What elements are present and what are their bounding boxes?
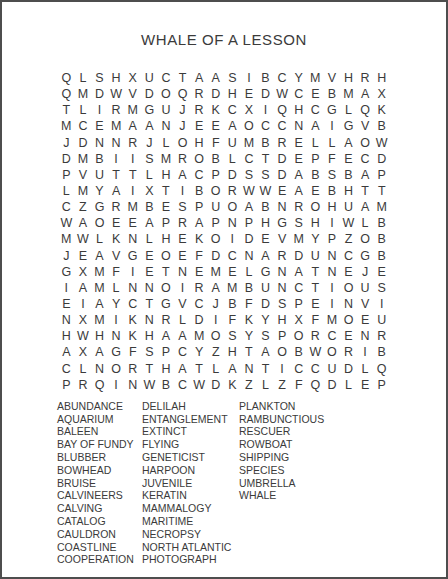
word-list-item: COASTLINE <box>57 541 142 554</box>
grid-cell: P <box>241 215 258 231</box>
grid-cell: O <box>174 135 191 151</box>
word-list-item: ROWBOAT <box>239 438 446 451</box>
grid-cell: I <box>324 280 341 296</box>
grid-cell: Q <box>307 377 324 393</box>
grid-cell: U <box>91 167 108 183</box>
grid-cell: D <box>141 86 158 102</box>
grid-cell: D <box>91 86 108 102</box>
grid-cell: R <box>158 312 175 328</box>
grid-cell: S <box>91 70 108 86</box>
grid-cell: H <box>324 199 341 215</box>
grid-cell: I <box>324 118 341 134</box>
grid-cell: Q <box>357 102 374 118</box>
grid-cell: R <box>108 102 125 118</box>
grid-cell: N <box>58 312 75 328</box>
grid-cell: G <box>257 264 274 280</box>
grid-cell: M <box>207 264 224 280</box>
grid-cell: G <box>274 215 291 231</box>
grid-cell: G <box>324 102 341 118</box>
grid-cell: C <box>124 296 141 312</box>
grid-cell: I <box>75 296 92 312</box>
grid-cell: S <box>257 167 274 183</box>
grid-cell: L <box>108 280 125 296</box>
grid-cell: O <box>340 280 357 296</box>
grid-cell: X <box>75 264 92 280</box>
letter-grid: QLSHXUCTAASIBCYMVHRHQMDWVDOQRDHEDWCEBMAX… <box>58 70 390 393</box>
grid-cell: K <box>207 102 224 118</box>
word-list-item: JUVENILE <box>142 477 239 490</box>
grid-cell: T <box>141 296 158 312</box>
grid-cell: P <box>191 199 208 215</box>
word-list-item: NORTH ATLANTIC <box>142 541 239 554</box>
grid-cell: B <box>257 199 274 215</box>
grid-cell: S <box>324 167 341 183</box>
grid-cell: R <box>373 328 390 344</box>
grid-cell: E <box>158 199 175 215</box>
grid-cell: T <box>58 102 75 118</box>
grid-cell: C <box>307 102 324 118</box>
grid-cell: K <box>124 312 141 328</box>
grid-cell: W <box>75 231 92 247</box>
grid-cell: Z <box>274 377 291 393</box>
grid-cell: B <box>373 118 390 134</box>
grid-cell: L <box>174 312 191 328</box>
grid-cell: N <box>108 328 125 344</box>
grid-cell: T <box>307 264 324 280</box>
grid-cell: D <box>224 167 241 183</box>
word-list-item: PHOTOGRAPH <box>142 553 239 566</box>
grid-cell: F <box>241 296 258 312</box>
grid-cell: V <box>357 118 374 134</box>
grid-cell: T <box>158 183 175 199</box>
grid-cell: N <box>224 215 241 231</box>
grid-cell: C <box>290 280 307 296</box>
word-list-item: PLANKTON <box>239 400 446 413</box>
grid-cell: X <box>373 86 390 102</box>
word-list: ABUNDANCEAQUARIUMBALEENBAY OF FUNDYBLUBB… <box>57 400 446 566</box>
grid-cell: F <box>324 151 341 167</box>
grid-cell: G <box>124 248 141 264</box>
grid-cell: K <box>108 231 125 247</box>
grid-cell: T <box>174 70 191 86</box>
grid-cell: T <box>108 167 125 183</box>
grid-cell: B <box>224 296 241 312</box>
grid-cell: R <box>191 86 208 102</box>
grid-cell: M <box>307 70 324 86</box>
grid-cell: E <box>108 215 125 231</box>
grid-cell: N <box>124 280 141 296</box>
grid-cell: L <box>75 102 92 118</box>
grid-cell: X <box>141 183 158 199</box>
grid-cell: C <box>324 328 341 344</box>
grid-cell: H <box>340 70 357 86</box>
grid-cell: I <box>224 231 241 247</box>
grid-cell: S <box>373 280 390 296</box>
grid-cell: B <box>340 167 357 183</box>
grid-cell: H <box>158 231 175 247</box>
grid-cell: Q <box>91 377 108 393</box>
grid-cell: A <box>91 344 108 360</box>
grid-cell: F <box>124 344 141 360</box>
grid-cell: Z <box>241 377 258 393</box>
grid-cell: W <box>75 328 92 344</box>
grid-cell: M <box>124 199 141 215</box>
word-list-item: FLYING <box>142 438 239 451</box>
word-list-item: CAULDRON <box>57 528 142 541</box>
grid-cell: R <box>290 199 307 215</box>
grid-cell: B <box>241 280 258 296</box>
grid-cell: C <box>257 118 274 134</box>
grid-cell: N <box>324 248 341 264</box>
grid-cell: Q <box>373 361 390 377</box>
grid-cell: X <box>124 70 141 86</box>
grid-cell: P <box>58 167 75 183</box>
grid-cell: I <box>207 312 224 328</box>
grid-cell: N <box>340 296 357 312</box>
grid-cell: I <box>174 280 191 296</box>
grid-cell: L <box>58 183 75 199</box>
grid-cell: B <box>290 344 307 360</box>
grid-cell: P <box>307 151 324 167</box>
grid-cell: I <box>274 361 291 377</box>
grid-cell: N <box>91 361 108 377</box>
grid-cell: T <box>241 344 258 360</box>
grid-cell: V <box>174 296 191 312</box>
word-column: ABUNDANCEAQUARIUMBALEENBAY OF FUNDYBLUBB… <box>57 400 142 566</box>
grid-cell: T <box>124 167 141 183</box>
grid-cell: E <box>357 312 374 328</box>
grid-cell: T <box>307 280 324 296</box>
grid-cell: L <box>357 215 374 231</box>
word-list-item: RAMBUNCTIOUS <box>239 413 446 426</box>
grid-cell: C <box>58 199 75 215</box>
grid-cell: U <box>207 199 224 215</box>
grid-cell: Z <box>75 199 92 215</box>
grid-cell: O <box>241 118 258 134</box>
grid-cell: I <box>241 70 258 86</box>
grid-cell: H <box>108 70 125 86</box>
grid-cell: J <box>141 135 158 151</box>
grid-cell: D <box>257 86 274 102</box>
grid-cell: A <box>141 118 158 134</box>
grid-cell: A <box>108 183 125 199</box>
grid-cell: R <box>357 70 374 86</box>
grid-cell: M <box>324 312 341 328</box>
grid-cell: H <box>307 215 324 231</box>
word-list-item: SPECIES <box>239 464 446 477</box>
grid-cell: E <box>257 231 274 247</box>
grid-cell: D <box>274 151 291 167</box>
grid-cell: A <box>58 344 75 360</box>
grid-cell: Y <box>91 183 108 199</box>
word-list-item: EXTINCT <box>142 425 239 438</box>
grid-cell: R <box>124 361 141 377</box>
grid-cell: A <box>174 361 191 377</box>
grid-cell: I <box>324 215 341 231</box>
grid-cell: D <box>257 296 274 312</box>
grid-cell: R <box>75 377 92 393</box>
grid-cell: W <box>58 215 75 231</box>
grid-cell: L <box>158 135 175 151</box>
grid-cell: G <box>58 264 75 280</box>
grid-cell: G <box>357 248 374 264</box>
grid-cell: V <box>324 70 341 86</box>
grid-cell: G <box>340 118 357 134</box>
grid-cell: E <box>91 118 108 134</box>
grid-cell: E <box>290 135 307 151</box>
grid-cell: S <box>174 199 191 215</box>
grid-cell: V <box>124 86 141 102</box>
grid-cell: G <box>91 199 108 215</box>
grid-cell: B <box>373 215 390 231</box>
grid-cell: O <box>207 183 224 199</box>
grid-cell: N <box>124 377 141 393</box>
grid-cell: P <box>207 215 224 231</box>
word-list-item: ENTANGLEMENT <box>142 413 239 426</box>
grid-cell: L <box>141 231 158 247</box>
grid-cell: J <box>357 264 374 280</box>
grid-cell: K <box>191 231 208 247</box>
grid-cell: M <box>373 199 390 215</box>
grid-cell: C <box>290 86 307 102</box>
grid-cell: K <box>373 102 390 118</box>
grid-cell: E <box>58 296 75 312</box>
grid-cell: A <box>290 183 307 199</box>
grid-cell: S <box>290 215 307 231</box>
grid-cell: F <box>108 264 125 280</box>
grid-cell: O <box>357 135 374 151</box>
grid-cell: M <box>290 231 307 247</box>
grid-cell: L <box>241 264 258 280</box>
grid-cell: D <box>75 135 92 151</box>
grid-cell: E <box>174 231 191 247</box>
grid-cell: L <box>257 377 274 393</box>
grid-cell: W <box>141 377 158 393</box>
grid-cell: C <box>290 361 307 377</box>
grid-cell: F <box>224 312 241 328</box>
grid-cell: W <box>108 86 125 102</box>
grid-cell: U <box>324 361 341 377</box>
grid-cell: G <box>158 296 175 312</box>
grid-cell: N <box>174 264 191 280</box>
grid-cell: P <box>290 296 307 312</box>
grid-cell: U <box>141 70 158 86</box>
grid-cell: V <box>274 231 291 247</box>
grid-cell: S <box>224 328 241 344</box>
grid-cell: O <box>224 199 241 215</box>
grid-cell: B <box>324 183 341 199</box>
word-list-item: HARPOON <box>142 464 239 477</box>
grid-cell: B <box>373 231 390 247</box>
grid-cell: A <box>174 328 191 344</box>
word-list-item: DELILAH <box>142 400 239 413</box>
grid-cell: I <box>174 183 191 199</box>
grid-cell: L <box>340 377 357 393</box>
grid-cell: T <box>191 361 208 377</box>
grid-cell: H <box>274 312 291 328</box>
grid-cell: O <box>108 361 125 377</box>
grid-cell: A <box>75 215 92 231</box>
grid-cell: C <box>191 167 208 183</box>
grid-cell: I <box>324 296 341 312</box>
grid-cell: R <box>191 102 208 118</box>
grid-cell: I <box>91 102 108 118</box>
grid-cell: H <box>91 328 108 344</box>
grid-cell: C <box>158 70 175 86</box>
grid-cell: E <box>191 264 208 280</box>
grid-cell: N <box>274 264 291 280</box>
grid-cell: H <box>191 135 208 151</box>
grid-cell: E <box>373 264 390 280</box>
grid-cell: E <box>191 118 208 134</box>
grid-cell: A <box>224 118 241 134</box>
grid-cell: N <box>290 118 307 134</box>
grid-cell: A <box>141 215 158 231</box>
grid-cell: Y <box>290 70 307 86</box>
word-list-item: COOPERATION <box>57 553 142 566</box>
grid-cell: A <box>174 167 191 183</box>
grid-cell: T <box>141 361 158 377</box>
grid-cell: E <box>241 86 258 102</box>
grid-cell: J <box>58 135 75 151</box>
grid-cell: A <box>207 70 224 86</box>
grid-cell: W <box>257 183 274 199</box>
grid-cell: N <box>324 264 341 280</box>
grid-cell: L <box>307 135 324 151</box>
grid-cell: P <box>158 215 175 231</box>
grid-cell: E <box>307 183 324 199</box>
grid-cell: K <box>124 328 141 344</box>
grid-cell: M <box>91 312 108 328</box>
grid-cell: G <box>108 344 125 360</box>
grid-cell: C <box>274 118 291 134</box>
grid-cell: I <box>124 264 141 280</box>
grid-cell: H <box>224 344 241 360</box>
grid-cell: Q <box>58 86 75 102</box>
grid-cell: B <box>324 86 341 102</box>
grid-cell: I <box>108 312 125 328</box>
grid-cell: Y <box>241 328 258 344</box>
grid-cell: W <box>340 215 357 231</box>
grid-cell: C <box>274 70 291 86</box>
grid-cell: I <box>108 377 125 393</box>
word-list-item: BOWHEAD <box>57 464 142 477</box>
word-list-item: MARITIME <box>142 515 239 528</box>
grid-cell: N <box>108 135 125 151</box>
grid-cell: E <box>274 183 291 199</box>
grid-cell: M <box>75 151 92 167</box>
grid-cell: V <box>75 167 92 183</box>
word-list-item: BALEEN <box>57 425 142 438</box>
grid-cell: R <box>340 344 357 360</box>
grid-cell: T <box>373 183 390 199</box>
grid-cell: S <box>141 151 158 167</box>
grid-cell: A <box>357 86 374 102</box>
grid-cell: J <box>174 118 191 134</box>
grid-cell: C <box>307 361 324 377</box>
grid-cell: M <box>241 135 258 151</box>
grid-cell: E <box>307 86 324 102</box>
grid-cell: O <box>324 344 341 360</box>
word-column: DELILAHENTANGLEMENTEXTINCTFLYINGGENETICI… <box>142 400 239 566</box>
grid-cell: W <box>274 86 291 102</box>
grid-cell: N <box>124 231 141 247</box>
grid-cell: M <box>340 86 357 102</box>
puzzle-title: WHALE OF A LESSON <box>2 31 446 48</box>
word-list-item: BAY OF FUNDY <box>57 438 142 451</box>
grid-cell: C <box>174 344 191 360</box>
grid-cell: N <box>274 280 291 296</box>
grid-cell: B <box>307 167 324 183</box>
grid-cell: E <box>290 151 307 167</box>
grid-cell: A <box>340 135 357 151</box>
grid-cell: P <box>58 377 75 393</box>
grid-cell: U <box>257 280 274 296</box>
grid-cell: C <box>58 361 75 377</box>
grid-cell: F <box>207 135 224 151</box>
grid-cell: A <box>290 167 307 183</box>
grid-cell: E <box>224 264 241 280</box>
grid-cell: O <box>357 231 374 247</box>
grid-cell: H <box>373 70 390 86</box>
grid-cell: S <box>141 344 158 360</box>
grid-cell: H <box>158 361 175 377</box>
grid-cell: D <box>241 231 258 247</box>
grid-cell: G <box>141 102 158 118</box>
grid-cell: A <box>191 70 208 86</box>
grid-cell: A <box>191 215 208 231</box>
grid-cell: L <box>357 361 374 377</box>
grid-cell: T <box>357 183 374 199</box>
grid-cell: O <box>340 312 357 328</box>
grid-cell: R <box>224 183 241 199</box>
grid-cell: A <box>124 118 141 134</box>
grid-cell: L <box>75 70 92 86</box>
grid-cell: Y <box>257 312 274 328</box>
grid-cell: N <box>241 361 258 377</box>
grid-cell: X <box>241 102 258 118</box>
word-list-item: WHALE <box>239 489 446 502</box>
grid-cell: B <box>207 151 224 167</box>
grid-cell: T <box>158 264 175 280</box>
grid-cell: C <box>174 377 191 393</box>
grid-cell: Y <box>108 296 125 312</box>
grid-cell: J <box>207 296 224 312</box>
grid-cell: P <box>274 328 291 344</box>
word-list-item: AQUARIUM <box>57 413 142 426</box>
grid-cell: L <box>91 231 108 247</box>
grid-cell: A <box>75 280 92 296</box>
grid-cell: E <box>307 296 324 312</box>
grid-cell: C <box>340 248 357 264</box>
grid-cell: X <box>75 312 92 328</box>
grid-cell: Z <box>207 344 224 360</box>
grid-cell: C <box>191 296 208 312</box>
grid-cell: S <box>274 296 291 312</box>
grid-cell: I <box>58 280 75 296</box>
grid-cell: E <box>174 248 191 264</box>
grid-cell: C <box>241 151 258 167</box>
grid-cell: L <box>141 167 158 183</box>
grid-cell: N <box>141 312 158 328</box>
grid-cell: M <box>91 280 108 296</box>
grid-cell: M <box>91 264 108 280</box>
grid-cell: D <box>207 377 224 393</box>
grid-cell: C <box>224 248 241 264</box>
grid-cell: O <box>207 328 224 344</box>
grid-cell: D <box>290 248 307 264</box>
grid-cell: U <box>340 199 357 215</box>
